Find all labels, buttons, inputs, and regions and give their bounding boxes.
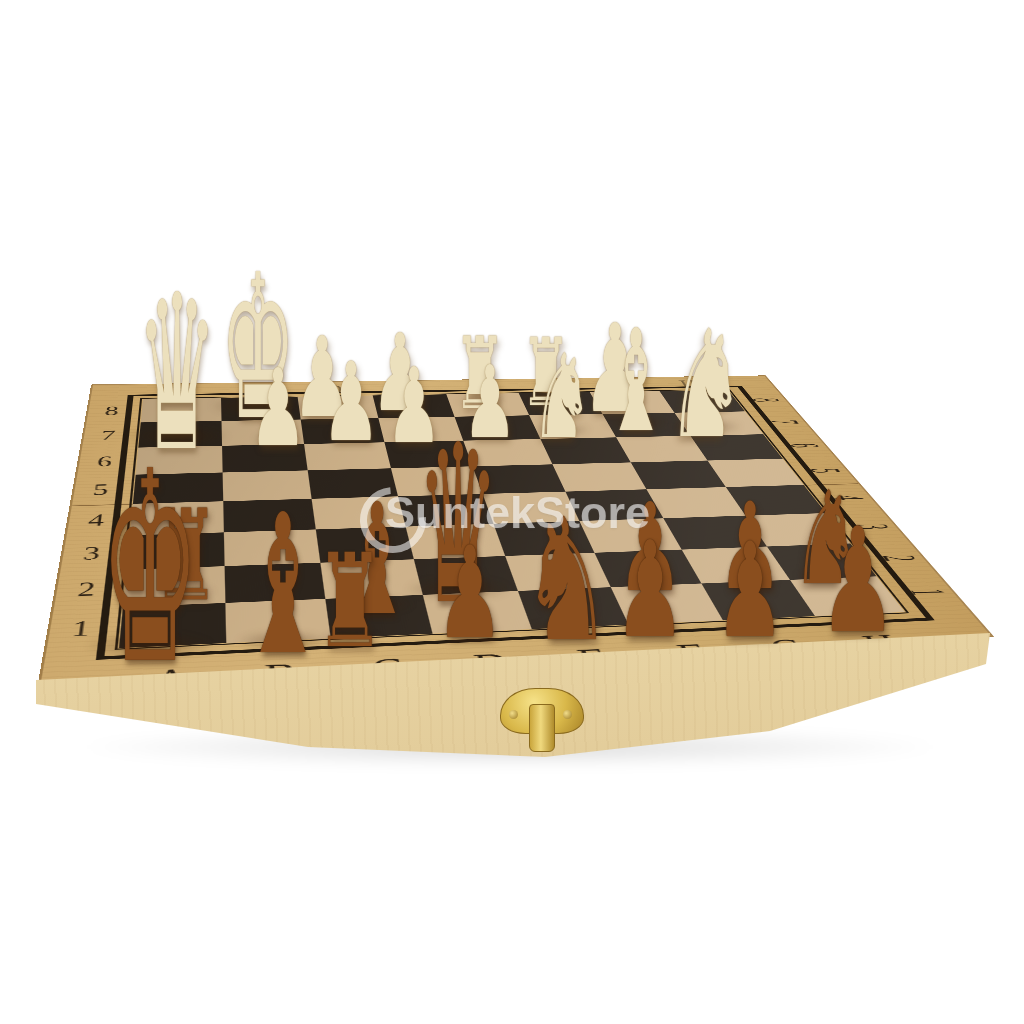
piece-dark-pawn-g1: ♟ (691, 525, 808, 656)
knight-glyph-icon: ♞ (522, 496, 613, 665)
piece-dark-pawn-d1: ♟ (413, 530, 527, 657)
product-photo-canvas: ABCDEFGHABCDEFGH1234567812345678 ♜♜♟♟♚♟♝… (0, 0, 1024, 1024)
pawn-glyph-icon: ♟ (715, 525, 785, 656)
pawn-glyph-icon: ♟ (819, 508, 897, 653)
king-glyph-icon: ♚ (100, 437, 199, 701)
knight-glyph-icon: ♞ (666, 310, 746, 459)
piece-dark-king-a1: ♚ (32, 437, 269, 701)
pieces-layer: ♜♜♟♟♚♟♝♞♞♟♟♟♛♟♞♟♟♛♜♝♟♟♟♞♟♜♝♚ (0, 0, 1024, 1024)
piece-light-knight-h7: ♞ (639, 310, 773, 459)
piece-dark-pawn-h1: ♟ (793, 508, 923, 653)
pawn-glyph-icon: ♟ (436, 530, 504, 657)
